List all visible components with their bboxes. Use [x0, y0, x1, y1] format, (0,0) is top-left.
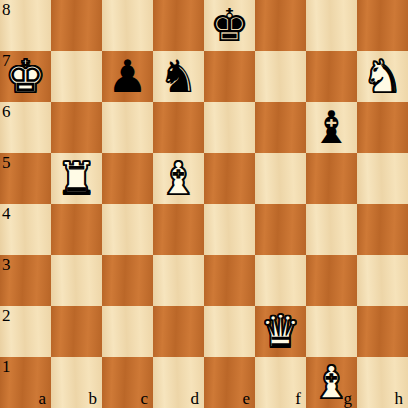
square-b8[interactable] [51, 0, 102, 51]
file-label-f: f [295, 390, 301, 407]
square-d4[interactable] [153, 204, 204, 255]
piece-white-bishop[interactable]: ♝ [306, 357, 357, 408]
square-a2[interactable]: 2 [0, 306, 51, 357]
piece-white-rook[interactable]: ♜ [51, 153, 102, 204]
square-f3[interactable] [255, 255, 306, 306]
square-d6[interactable] [153, 102, 204, 153]
square-b1[interactable]: b [51, 357, 102, 408]
rank-label-4: 4 [2, 205, 11, 222]
square-e5[interactable] [204, 153, 255, 204]
square-c3[interactable] [102, 255, 153, 306]
square-a7[interactable]: 7♚ [0, 51, 51, 102]
rank-label-6: 6 [2, 103, 11, 120]
square-g6[interactable]: ♝ [306, 102, 357, 153]
square-d7[interactable]: ♞ [153, 51, 204, 102]
square-h7[interactable]: ♞ [357, 51, 408, 102]
square-d8[interactable] [153, 0, 204, 51]
square-d2[interactable] [153, 306, 204, 357]
square-h3[interactable] [357, 255, 408, 306]
square-e7[interactable] [204, 51, 255, 102]
square-b6[interactable] [51, 102, 102, 153]
square-b2[interactable] [51, 306, 102, 357]
square-h8[interactable] [357, 0, 408, 51]
square-h1[interactable]: h [357, 357, 408, 408]
file-label-e: e [242, 390, 250, 407]
square-d5[interactable]: ♝ [153, 153, 204, 204]
square-f8[interactable] [255, 0, 306, 51]
square-f5[interactable] [255, 153, 306, 204]
square-h6[interactable] [357, 102, 408, 153]
square-c7[interactable]: ♟ [102, 51, 153, 102]
square-a5[interactable]: 5 [0, 153, 51, 204]
rank-label-8: 8 [2, 1, 11, 18]
file-label-d: d [191, 390, 200, 407]
square-h2[interactable] [357, 306, 408, 357]
file-label-b: b [89, 390, 98, 407]
piece-white-bishop[interactable]: ♝ [153, 153, 204, 204]
square-e3[interactable] [204, 255, 255, 306]
square-g4[interactable] [306, 204, 357, 255]
square-c2[interactable] [102, 306, 153, 357]
rank-label-3: 3 [2, 256, 11, 273]
piece-white-knight[interactable]: ♞ [357, 51, 408, 102]
square-g5[interactable] [306, 153, 357, 204]
square-c6[interactable] [102, 102, 153, 153]
square-e6[interactable] [204, 102, 255, 153]
piece-black-king[interactable]: ♚ [204, 0, 255, 51]
square-c8[interactable] [102, 0, 153, 51]
square-b7[interactable] [51, 51, 102, 102]
square-g3[interactable] [306, 255, 357, 306]
piece-black-bishop[interactable]: ♝ [306, 102, 357, 153]
file-label-c: c [140, 390, 148, 407]
square-g7[interactable] [306, 51, 357, 102]
square-a6[interactable]: 6 [0, 102, 51, 153]
square-b4[interactable] [51, 204, 102, 255]
square-e2[interactable] [204, 306, 255, 357]
square-d3[interactable] [153, 255, 204, 306]
rank-label-2: 2 [2, 307, 11, 324]
square-a8[interactable]: 8 [0, 0, 51, 51]
square-g8[interactable] [306, 0, 357, 51]
piece-black-knight[interactable]: ♞ [153, 51, 204, 102]
square-h4[interactable] [357, 204, 408, 255]
square-c5[interactable] [102, 153, 153, 204]
square-c4[interactable] [102, 204, 153, 255]
square-f4[interactable] [255, 204, 306, 255]
square-c1[interactable]: c [102, 357, 153, 408]
square-f6[interactable] [255, 102, 306, 153]
square-f1[interactable]: f [255, 357, 306, 408]
piece-black-pawn[interactable]: ♟ [102, 51, 153, 102]
square-f2[interactable]: ♛ [255, 306, 306, 357]
square-a1[interactable]: 1a [0, 357, 51, 408]
square-g1[interactable]: g♝ [306, 357, 357, 408]
square-d1[interactable]: d [153, 357, 204, 408]
square-g2[interactable] [306, 306, 357, 357]
file-label-a: a [38, 390, 46, 407]
square-e4[interactable] [204, 204, 255, 255]
rank-label-1: 1 [2, 358, 11, 375]
square-e1[interactable]: e [204, 357, 255, 408]
square-a4[interactable]: 4 [0, 204, 51, 255]
rank-label-5: 5 [2, 154, 11, 171]
square-b3[interactable] [51, 255, 102, 306]
square-e8[interactable]: ♚ [204, 0, 255, 51]
square-a3[interactable]: 3 [0, 255, 51, 306]
square-f7[interactable] [255, 51, 306, 102]
piece-white-queen[interactable]: ♛ [255, 306, 306, 357]
file-label-h: h [395, 390, 404, 407]
square-h5[interactable] [357, 153, 408, 204]
piece-white-king[interactable]: ♚ [0, 51, 51, 102]
chess-board: 8♚7♚♟♞♞6♝5♜♝432♛1abcdefg♝h [0, 0, 408, 408]
square-b5[interactable]: ♜ [51, 153, 102, 204]
